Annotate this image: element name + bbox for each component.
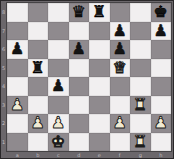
square-c5[interactable] <box>48 59 69 78</box>
file-label-f: f <box>110 151 131 159</box>
square-d3[interactable] <box>69 96 90 115</box>
square-f6[interactable]: ♟ <box>110 40 131 59</box>
rank-label-3: 3 <box>0 96 7 115</box>
square-a4[interactable] <box>7 77 28 96</box>
square-g2[interactable] <box>130 114 151 133</box>
square-h5[interactable] <box>151 59 172 78</box>
square-f4[interactable] <box>110 77 131 96</box>
square-h2[interactable]: ♟ <box>151 114 172 133</box>
white-pawn-h2[interactable]: ♟ <box>154 114 168 132</box>
square-h4[interactable] <box>151 77 172 96</box>
square-e7[interactable] <box>89 22 110 41</box>
square-a1[interactable] <box>7 133 28 152</box>
white-pawn-c2[interactable]: ♟ <box>51 114 65 132</box>
square-a5[interactable] <box>7 59 28 78</box>
square-b6[interactable] <box>28 40 49 59</box>
white-pawn-f2[interactable]: ♟ <box>113 114 127 132</box>
square-c1[interactable]: ♚ <box>48 133 69 152</box>
rank-label-2: 2 <box>0 114 7 133</box>
file-label-g: g <box>130 151 151 159</box>
square-h3[interactable] <box>151 96 172 115</box>
black-rook-e8[interactable]: ♜ <box>92 3 106 21</box>
black-pawn-f6[interactable]: ♟ <box>113 40 127 58</box>
square-h6[interactable] <box>151 40 172 59</box>
file-label-d: d <box>69 151 90 159</box>
rank-labels: 87654321 <box>0 3 7 151</box>
square-c4[interactable]: ♟ <box>48 77 69 96</box>
rank-label-6: 6 <box>0 40 7 59</box>
square-h7[interactable]: ♟ <box>151 22 172 41</box>
square-a7[interactable] <box>7 22 28 41</box>
square-b1[interactable] <box>28 133 49 152</box>
square-c6[interactable] <box>48 40 69 59</box>
square-d5[interactable] <box>69 59 90 78</box>
square-d7[interactable] <box>69 22 90 41</box>
file-labels: abcdefgh <box>7 151 171 159</box>
square-f1[interactable] <box>110 133 131 152</box>
rank-label-7: 7 <box>0 22 7 41</box>
file-label-h: h <box>151 151 172 159</box>
square-h8[interactable]: ♚ <box>151 3 172 22</box>
square-c8[interactable] <box>48 3 69 22</box>
square-a8[interactable] <box>7 3 28 22</box>
square-e5[interactable] <box>89 59 110 78</box>
black-rook-b5[interactable]: ♜ <box>31 59 45 77</box>
white-queen-f5[interactable]: ♛ <box>113 59 127 77</box>
white-pawn-b2[interactable]: ♟ <box>31 114 45 132</box>
square-f3[interactable] <box>110 96 131 115</box>
white-rook-g1[interactable]: ♜ <box>133 133 147 151</box>
file-label-a: a <box>7 151 28 159</box>
square-e6[interactable] <box>89 40 110 59</box>
square-d2[interactable] <box>69 114 90 133</box>
white-rook-g3[interactable]: ♜ <box>133 96 147 114</box>
square-g5[interactable] <box>130 59 151 78</box>
square-h1[interactable] <box>151 133 172 152</box>
file-label-c: c <box>48 151 69 159</box>
white-pawn-a3[interactable]: ♟ <box>10 96 24 114</box>
square-e3[interactable] <box>89 96 110 115</box>
square-b2[interactable]: ♟ <box>28 114 49 133</box>
black-pawn-d6[interactable]: ♟ <box>72 40 86 58</box>
rank-label-8: 8 <box>0 3 7 22</box>
board: ♛♜♚♟♟♟♟♟♜♛♟♟♜♟♟♟♟♚♜ <box>7 3 171 151</box>
square-g8[interactable] <box>130 3 151 22</box>
square-c2[interactable]: ♟ <box>48 114 69 133</box>
square-e8[interactable]: ♜ <box>89 3 110 22</box>
black-pawn-a6[interactable]: ♟ <box>10 40 24 58</box>
square-a2[interactable] <box>7 114 28 133</box>
square-g3[interactable]: ♜ <box>130 96 151 115</box>
black-king-h8[interactable]: ♚ <box>154 3 168 21</box>
rank-label-5: 5 <box>0 59 7 78</box>
square-e2[interactable] <box>89 114 110 133</box>
square-e1[interactable] <box>89 133 110 152</box>
file-label-e: e <box>89 151 110 159</box>
rank-label-4: 4 <box>0 77 7 96</box>
black-pawn-c4[interactable]: ♟ <box>51 77 65 95</box>
square-f8[interactable] <box>110 3 131 22</box>
file-label-b: b <box>28 151 49 159</box>
square-g4[interactable] <box>130 77 151 96</box>
square-f5[interactable]: ♛ <box>110 59 131 78</box>
black-queen-d8[interactable]: ♛ <box>72 3 86 21</box>
white-king-c1[interactable]: ♚ <box>51 133 65 151</box>
black-pawn-f7[interactable]: ♟ <box>113 22 127 40</box>
square-b3[interactable] <box>28 96 49 115</box>
square-a3[interactable]: ♟ <box>7 96 28 115</box>
square-d8[interactable]: ♛ <box>69 3 90 22</box>
rank-label-1: 1 <box>0 133 7 152</box>
square-b8[interactable] <box>28 3 49 22</box>
square-g7[interactable] <box>130 22 151 41</box>
square-f2[interactable]: ♟ <box>110 114 131 133</box>
square-b4[interactable] <box>28 77 49 96</box>
square-c7[interactable] <box>48 22 69 41</box>
square-d4[interactable] <box>69 77 90 96</box>
square-b7[interactable] <box>28 22 49 41</box>
black-pawn-h7[interactable]: ♟ <box>154 22 168 40</box>
square-d1[interactable] <box>69 133 90 152</box>
square-d6[interactable]: ♟ <box>69 40 90 59</box>
square-g1[interactable]: ♜ <box>130 133 151 152</box>
square-e4[interactable] <box>89 77 110 96</box>
square-g6[interactable] <box>130 40 151 59</box>
square-c3[interactable] <box>48 96 69 115</box>
square-a6[interactable]: ♟ <box>7 40 28 59</box>
square-f7[interactable]: ♟ <box>110 22 131 41</box>
chessboard-frame: 87654321 ♛♜♚♟♟♟♟♟♜♛♟♟♜♟♟♟♟♚♜ abcdefgh <box>0 0 174 159</box>
square-b5[interactable]: ♜ <box>28 59 49 78</box>
